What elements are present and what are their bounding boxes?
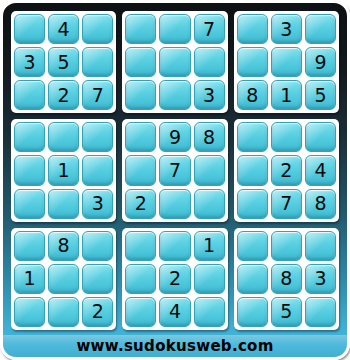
cell-r6c9[interactable]: 8 (305, 189, 336, 219)
cell-r4c2[interactable] (48, 122, 79, 152)
cell-r9c5[interactable]: 4 (159, 297, 190, 327)
cell-r6c3[interactable]: 3 (82, 189, 113, 219)
cell-r2c6[interactable] (194, 47, 225, 77)
cell-r3c9[interactable]: 5 (305, 80, 336, 110)
cell-r9c6[interactable] (194, 297, 225, 327)
cell-r5c6[interactable] (194, 155, 225, 185)
cell-r7c7[interactable] (237, 231, 268, 261)
cell-r7c5[interactable] (159, 231, 190, 261)
cell-r5c3[interactable] (82, 155, 113, 185)
cell-r6c5[interactable] (159, 189, 190, 219)
cell-r8c7[interactable] (237, 264, 268, 294)
cell-r9c3[interactable]: 2 (82, 297, 113, 327)
box-r3c1: 812 (11, 228, 116, 330)
sudoku-grid: 4352773398151398722478812124835 (3, 3, 347, 335)
cell-r6c2[interactable] (48, 189, 79, 219)
cell-r9c9[interactable] (305, 297, 336, 327)
cell-r9c8[interactable]: 5 (271, 297, 302, 327)
cell-r7c4[interactable] (125, 231, 156, 261)
cell-r7c2[interactable]: 8 (48, 231, 79, 261)
box-r1c2: 73 (122, 11, 227, 113)
cell-r2c7[interactable] (237, 47, 268, 77)
box-r2c3: 2478 (234, 119, 339, 221)
cell-r1c6[interactable]: 7 (194, 14, 225, 44)
site-url-label: www.sudokusweb.com (76, 337, 273, 355)
box-r3c3: 835 (234, 228, 339, 330)
site-watermark-band: www.sudokusweb.com (3, 335, 347, 357)
cell-r5c4[interactable] (125, 155, 156, 185)
cell-r8c1[interactable]: 1 (14, 264, 45, 294)
cell-r4c4[interactable] (125, 122, 156, 152)
cell-r1c5[interactable] (159, 14, 190, 44)
cell-r5c8[interactable]: 2 (271, 155, 302, 185)
cell-r6c1[interactable] (14, 189, 45, 219)
cell-r9c2[interactable] (48, 297, 79, 327)
cell-r9c1[interactable] (14, 297, 45, 327)
cell-r3c5[interactable] (159, 80, 190, 110)
cell-r8c5[interactable]: 2 (159, 264, 190, 294)
cell-r5c1[interactable] (14, 155, 45, 185)
cell-r6c8[interactable]: 7 (271, 189, 302, 219)
cell-r2c1[interactable]: 3 (14, 47, 45, 77)
cell-r4c8[interactable] (271, 122, 302, 152)
cell-r8c4[interactable] (125, 264, 156, 294)
cell-r7c8[interactable] (271, 231, 302, 261)
cell-r7c1[interactable] (14, 231, 45, 261)
cell-r9c4[interactable] (125, 297, 156, 327)
cell-r1c2[interactable]: 4 (48, 14, 79, 44)
cell-r7c6[interactable]: 1 (194, 231, 225, 261)
cell-r2c9[interactable]: 9 (305, 47, 336, 77)
cell-r5c5[interactable]: 7 (159, 155, 190, 185)
cell-r5c2[interactable]: 1 (48, 155, 79, 185)
cell-r3c8[interactable]: 1 (271, 80, 302, 110)
box-r3c2: 124 (122, 228, 227, 330)
cell-r3c7[interactable]: 8 (237, 80, 268, 110)
cell-r8c6[interactable] (194, 264, 225, 294)
cell-r4c6[interactable]: 8 (194, 122, 225, 152)
cell-r1c9[interactable] (305, 14, 336, 44)
cell-r1c7[interactable] (237, 14, 268, 44)
cell-r1c1[interactable] (14, 14, 45, 44)
cell-r2c5[interactable] (159, 47, 190, 77)
box-r1c1: 43527 (11, 11, 116, 113)
cell-r4c7[interactable] (237, 122, 268, 152)
cell-r5c7[interactable] (237, 155, 268, 185)
cell-r1c3[interactable] (82, 14, 113, 44)
cell-r2c2[interactable]: 5 (48, 47, 79, 77)
cell-r5c9[interactable]: 4 (305, 155, 336, 185)
cell-r4c5[interactable]: 9 (159, 122, 190, 152)
cell-r3c6[interactable]: 3 (194, 80, 225, 110)
cell-r8c3[interactable] (82, 264, 113, 294)
cell-r3c4[interactable] (125, 80, 156, 110)
cell-r2c4[interactable] (125, 47, 156, 77)
box-r2c1: 13 (11, 119, 116, 221)
cell-r7c9[interactable] (305, 231, 336, 261)
cell-r3c2[interactable]: 2 (48, 80, 79, 110)
cell-r3c3[interactable]: 7 (82, 80, 113, 110)
cell-r6c7[interactable] (237, 189, 268, 219)
cell-r6c6[interactable] (194, 189, 225, 219)
cell-r1c8[interactable]: 3 (271, 14, 302, 44)
cell-r7c3[interactable] (82, 231, 113, 261)
cell-r1c4[interactable] (125, 14, 156, 44)
cell-r4c3[interactable] (82, 122, 113, 152)
cell-r4c9[interactable] (305, 122, 336, 152)
cell-r8c2[interactable] (48, 264, 79, 294)
cell-r3c1[interactable] (14, 80, 45, 110)
cell-r2c8[interactable] (271, 47, 302, 77)
sudoku-board-frame: 4352773398151398722478812124835 www.sudo… (0, 0, 350, 360)
box-r2c2: 9872 (122, 119, 227, 221)
cell-r8c8[interactable]: 8 (271, 264, 302, 294)
cell-r4c1[interactable] (14, 122, 45, 152)
box-r1c3: 39815 (234, 11, 339, 113)
cell-r6c4[interactable]: 2 (125, 189, 156, 219)
cell-r2c3[interactable] (82, 47, 113, 77)
cell-r8c9[interactable]: 3 (305, 264, 336, 294)
cell-r9c7[interactable] (237, 297, 268, 327)
